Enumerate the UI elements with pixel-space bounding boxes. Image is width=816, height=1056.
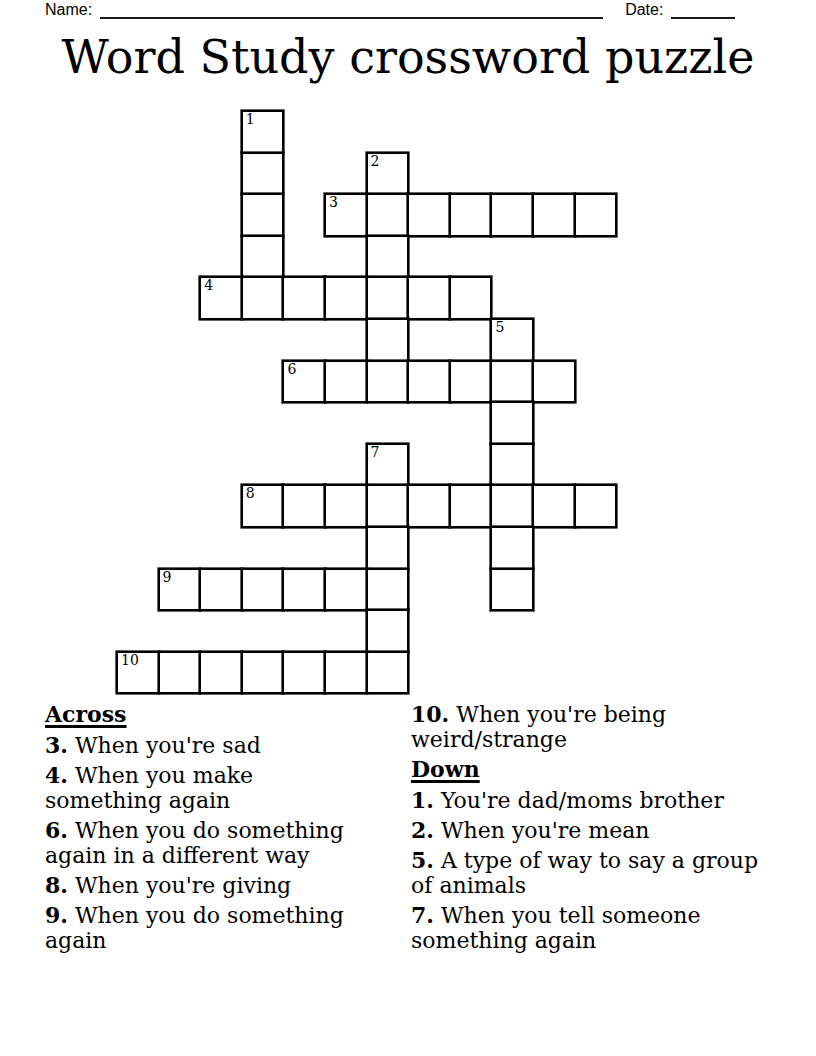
cell-r9-c10[interactable] <box>533 485 575 527</box>
cell-r9-c6[interactable] <box>367 485 409 527</box>
cell-r3-c3[interactable] <box>242 236 284 278</box>
down-heading: Down <box>411 757 771 782</box>
worksheet-page: Name: Date: Word Study crossword puzzle … <box>0 0 816 1056</box>
cell-r6-c5[interactable] <box>325 361 367 403</box>
clue-text: When you do something again <box>45 903 344 953</box>
cell-r13-c0[interactable]: 10 <box>117 652 159 694</box>
cell-r13-c1[interactable] <box>159 652 201 694</box>
cell-r7-c9[interactable] <box>491 402 533 444</box>
cell-r2-c5[interactable]: 3 <box>325 194 367 236</box>
clue-text: You're dad/moms brother <box>441 788 724 813</box>
cell-r4-c5[interactable] <box>325 277 367 319</box>
cell-r6-c9[interactable] <box>491 361 533 403</box>
cell-r0-c3[interactable]: 1 <box>242 111 284 153</box>
cell-r6-c4[interactable]: 6 <box>283 361 325 403</box>
clue-number: 6. <box>45 817 68 843</box>
clue-down-2: 2.When you're mean <box>411 818 771 843</box>
name-blank-line[interactable] <box>100 2 603 19</box>
cell-r4-c4[interactable] <box>283 277 325 319</box>
cell-r9-c9[interactable] <box>491 485 533 527</box>
across-clue-list: 3.When you're sad4.When you make somethi… <box>45 733 375 953</box>
cell-number: 8 <box>246 487 255 500</box>
clue-text: When you tell someone something again <box>411 903 701 953</box>
cell-number: 5 <box>495 321 504 334</box>
name-label: Name: <box>45 1 92 19</box>
cell-number: 7 <box>371 446 380 459</box>
cell-r11-c9[interactable] <box>491 569 533 611</box>
cell-r5-c6[interactable] <box>367 319 409 361</box>
cell-r4-c6[interactable] <box>367 277 409 319</box>
cell-r9-c8[interactable] <box>450 485 492 527</box>
cell-r1-c6[interactable]: 2 <box>367 153 409 195</box>
cell-r2-c7[interactable] <box>408 194 450 236</box>
cell-r6-c7[interactable] <box>408 361 450 403</box>
cell-r9-c11[interactable] <box>575 485 617 527</box>
across-clue-overflow: 10.When you're being weird/strange <box>411 702 771 752</box>
cell-r12-c6[interactable] <box>367 610 409 652</box>
clue-number: 5. <box>411 847 434 873</box>
clue-number: 7. <box>411 902 434 928</box>
clue-across-6: 6.When you do something again in a diffe… <box>45 818 375 868</box>
cell-r11-c2[interactable] <box>200 569 242 611</box>
cell-r13-c5[interactable] <box>325 652 367 694</box>
cell-r13-c6[interactable] <box>367 652 409 694</box>
header-row: Name: Date: <box>45 1 740 19</box>
clue-across-3: 3.When you're sad <box>45 733 375 758</box>
cell-r6-c6[interactable] <box>367 361 409 403</box>
cell-r9-c3[interactable]: 8 <box>242 485 284 527</box>
clue-text: When you do something again in a differe… <box>45 818 344 868</box>
clue-down-5: 5.A type of way to say a group of animal… <box>411 848 771 898</box>
cell-r11-c6[interactable] <box>367 569 409 611</box>
cell-r13-c4[interactable] <box>283 652 325 694</box>
cell-r2-c10[interactable] <box>533 194 575 236</box>
cell-r2-c11[interactable] <box>575 194 617 236</box>
cell-number: 10 <box>121 654 139 667</box>
down-clues-column: 10.When you're being weird/strange Down … <box>411 702 771 958</box>
clue-number: 10. <box>411 701 449 727</box>
cell-r13-c2[interactable] <box>200 652 242 694</box>
clue-text: When you're giving <box>75 873 291 898</box>
clue-down-7: 7.When you tell someone something again <box>411 903 771 953</box>
clue-number: 4. <box>45 762 68 788</box>
cell-number: 6 <box>287 363 296 376</box>
clue-number: 3. <box>45 732 68 758</box>
cell-r1-c3[interactable] <box>242 153 284 195</box>
clue-text: When you make something again <box>45 763 253 813</box>
clue-number: 8. <box>45 872 68 898</box>
cell-r11-c5[interactable] <box>325 569 367 611</box>
clue-text: When you're mean <box>441 818 650 843</box>
clue-number: 1. <box>411 787 434 813</box>
clue-text: When you're being weird/strange <box>411 702 666 752</box>
across-clues-column: Across 3.When you're sad4.When you make … <box>45 702 375 958</box>
cell-r2-c9[interactable] <box>491 194 533 236</box>
cell-r4-c3[interactable] <box>242 277 284 319</box>
cell-r8-c9[interactable] <box>491 444 533 486</box>
clue-text: When you're sad <box>75 733 261 758</box>
crossword-grid: 12345678910 <box>117 111 617 694</box>
cell-r4-c8[interactable] <box>450 277 492 319</box>
cell-r6-c10[interactable] <box>533 361 575 403</box>
cell-number: 4 <box>204 279 213 292</box>
down-clue-list: 1.You're dad/moms brother2.When you're m… <box>411 788 771 953</box>
clue-across-4: 4.When you make something again <box>45 763 375 813</box>
cell-r9-c4[interactable] <box>283 485 325 527</box>
cell-r13-c3[interactable] <box>242 652 284 694</box>
cell-number: 2 <box>371 155 380 168</box>
cell-r5-c9[interactable]: 5 <box>491 319 533 361</box>
clue-across-8: 8.When you're giving <box>45 873 375 898</box>
date-label: Date: <box>625 1 663 19</box>
cell-number: 3 <box>329 196 338 209</box>
cell-r9-c7[interactable] <box>408 485 450 527</box>
cell-number: 9 <box>163 571 172 584</box>
cell-r4-c7[interactable] <box>408 277 450 319</box>
cell-r8-c6[interactable]: 7 <box>367 444 409 486</box>
cell-r10-c9[interactable] <box>491 527 533 569</box>
clue-text: A type of way to say a group of animals <box>411 848 758 898</box>
cell-r10-c6[interactable] <box>367 527 409 569</box>
clue-number: 2. <box>411 817 434 843</box>
clue-across-10: 10.When you're being weird/strange <box>411 702 771 752</box>
cell-r4-c2[interactable]: 4 <box>200 277 242 319</box>
cell-r11-c3[interactable] <box>242 569 284 611</box>
cell-r9-c5[interactable] <box>325 485 367 527</box>
clue-down-1: 1.You're dad/moms brother <box>411 788 771 813</box>
cell-r11-c1[interactable]: 9 <box>159 569 201 611</box>
page-title: Word Study crossword puzzle <box>0 30 816 85</box>
cell-r6-c8[interactable] <box>450 361 492 403</box>
cell-r2-c6[interactable] <box>367 194 409 236</box>
clue-across-9: 9.When you do something again <box>45 903 375 953</box>
cell-number: 1 <box>246 113 255 126</box>
date-blank-line[interactable] <box>671 2 735 19</box>
cell-r2-c8[interactable] <box>450 194 492 236</box>
cell-r11-c4[interactable] <box>283 569 325 611</box>
clue-number: 9. <box>45 902 68 928</box>
cell-r3-c6[interactable] <box>367 236 409 278</box>
across-heading: Across <box>45 702 375 727</box>
cell-r2-c3[interactable] <box>242 194 284 236</box>
